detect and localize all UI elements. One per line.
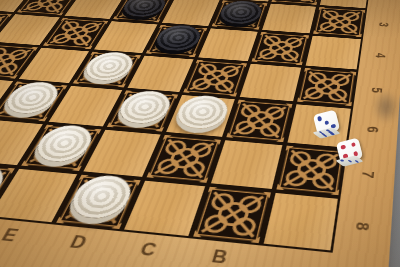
file-label-e: E — [0, 226, 27, 247]
rank-label-7: 7 — [357, 166, 378, 183]
table-surface: EDCB2345678 — [0, 0, 400, 267]
square-a3[interactable] — [311, 6, 367, 38]
blue-pip-die[interactable] — [315, 112, 338, 137]
square-a4[interactable] — [303, 35, 363, 71]
white-checker-c6[interactable] — [172, 94, 232, 131]
red-pip-die[interactable] — [338, 140, 361, 165]
file-label-b: B — [204, 247, 235, 267]
rank-label-8: 8 — [351, 217, 374, 237]
rank-label-4: 4 — [372, 50, 389, 62]
rank-label-2: 2 — [379, 0, 394, 2]
square-a8[interactable] — [261, 191, 341, 253]
square-a7[interactable] — [274, 144, 348, 197]
square-a5[interactable] — [295, 67, 359, 108]
square-b6[interactable] — [224, 98, 295, 144]
file-label-d: D — [62, 232, 95, 253]
wood-shadow-smudge — [368, 84, 400, 130]
file-label-c: C — [133, 240, 165, 261]
square-b4[interactable] — [249, 31, 311, 67]
square-b5[interactable] — [237, 62, 303, 102]
rank-label-3: 3 — [376, 20, 392, 30]
square-b3[interactable] — [260, 3, 318, 35]
